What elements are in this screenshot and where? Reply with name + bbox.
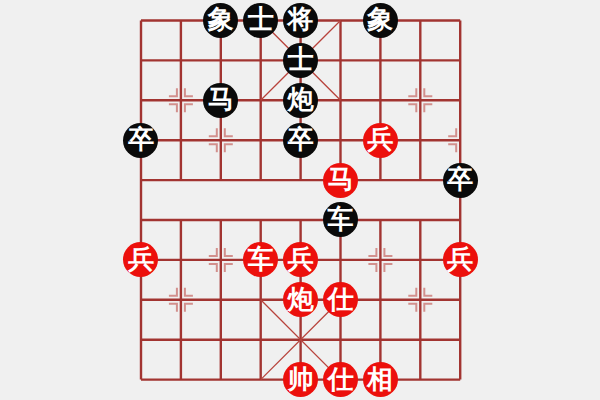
piece-red-horse[interactable]: 马 [323,163,358,198]
piece-glyph: 仕 [327,286,353,312]
piece-glyph: 炮 [288,286,314,312]
piece-red-elephant[interactable]: 相 [363,362,398,397]
piece-red-soldier[interactable]: 兵 [283,242,318,277]
piece-black-advisor[interactable]: 士 [283,43,318,78]
piece-black-horse[interactable]: 马 [203,83,238,118]
piece-black-advisor[interactable]: 士 [243,3,278,38]
piece-red-cannon[interactable]: 炮 [283,282,318,317]
piece-black-chariot[interactable]: 车 [323,202,358,237]
piece-glyph: 卒 [288,126,314,152]
piece-glyph: 兵 [367,126,393,152]
piece-red-general[interactable]: 帅 [283,362,318,397]
piece-black-cannon[interactable]: 炮 [283,83,318,118]
piece-glyph: 卒 [128,126,154,152]
piece-black-soldier[interactable]: 卒 [443,163,478,198]
piece-glyph: 炮 [288,86,314,112]
piece-red-soldier[interactable]: 兵 [443,242,478,277]
piece-glyph: 仕 [327,366,353,392]
piece-glyph: 车 [248,246,274,272]
piece-black-elephant[interactable]: 象 [363,3,398,38]
piece-black-soldier[interactable]: 卒 [283,123,318,158]
piece-black-soldier[interactable]: 卒 [123,123,158,158]
piece-glyph: 象 [208,6,234,32]
piece-glyph: 将 [288,6,314,32]
piece-glyph: 马 [327,166,353,192]
piece-glyph: 兵 [447,246,473,272]
piece-red-advisor[interactable]: 仕 [323,362,358,397]
piece-black-general[interactable]: 将 [283,3,318,38]
xiangqi-app: 象士将象士马炮卒卒兵马卒车兵车兵兵炮仕帅仕相 [0,0,600,400]
piece-glyph: 士 [288,46,314,72]
piece-glyph: 车 [327,206,353,232]
piece-glyph: 相 [367,366,393,392]
piece-glyph: 兵 [288,246,314,272]
piece-glyph: 士 [248,6,274,32]
piece-glyph: 卒 [447,166,473,192]
piece-red-soldier[interactable]: 兵 [363,123,398,158]
xiangqi-board[interactable]: 象士将象士马炮卒卒兵马卒车兵车兵兵炮仕帅仕相 [121,1,480,400]
piece-red-soldier[interactable]: 兵 [123,242,158,277]
piece-glyph: 马 [208,86,234,112]
piece-red-chariot[interactable]: 车 [243,242,278,277]
piece-black-elephant[interactable]: 象 [203,3,238,38]
piece-red-advisor[interactable]: 仕 [323,282,358,317]
piece-glyph: 帅 [288,366,314,392]
piece-glyph: 兵 [128,246,154,272]
piece-glyph: 象 [367,6,393,32]
